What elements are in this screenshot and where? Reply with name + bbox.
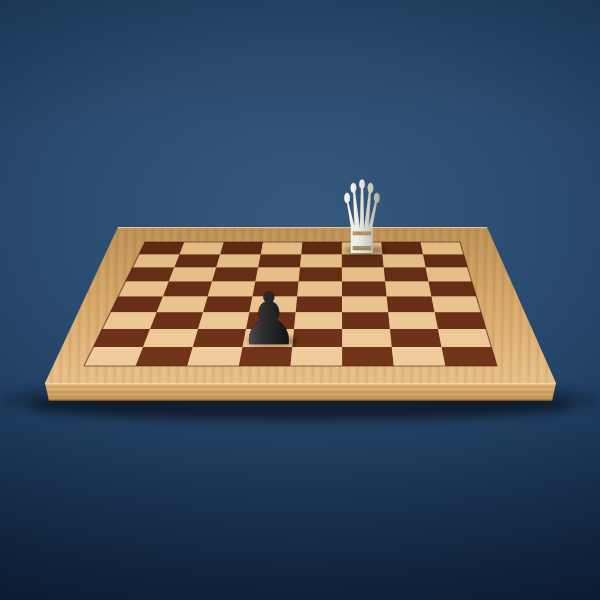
square-a6[interactable]: [126, 268, 175, 282]
square-b1[interactable]: [136, 347, 193, 366]
square-e4[interactable]: [296, 297, 342, 313]
square-b3[interactable]: [150, 312, 203, 329]
square-h8[interactable]: [421, 242, 464, 254]
square-a3[interactable]: [102, 312, 157, 329]
square-f4[interactable]: [342, 297, 388, 313]
square-g2[interactable]: [390, 329, 442, 347]
square-h1[interactable]: [442, 347, 497, 366]
square-e3[interactable]: [294, 312, 342, 329]
square-g7[interactable]: [383, 254, 426, 267]
square-h5[interactable]: [429, 282, 477, 297]
square-h6[interactable]: [426, 268, 472, 282]
square-h2[interactable]: [438, 329, 491, 347]
square-e7[interactable]: [300, 254, 342, 267]
chessboard-3d: ♛♟: [0, 0, 600, 600]
square-f2[interactable]: [342, 329, 392, 347]
square-b2[interactable]: [143, 329, 198, 347]
square-a5[interactable]: [118, 282, 169, 297]
square-g6[interactable]: [384, 268, 429, 282]
square-d8[interactable]: [261, 242, 303, 254]
square-e2[interactable]: [292, 329, 342, 347]
square-b7[interactable]: [174, 254, 220, 267]
square-g8[interactable]: [381, 242, 423, 254]
square-g1[interactable]: [392, 347, 446, 366]
square-e6[interactable]: [299, 268, 342, 282]
square-a2[interactable]: [93, 329, 150, 347]
piece-black-pawn[interactable]: ♟: [239, 277, 298, 360]
square-d7[interactable]: [258, 254, 301, 267]
square-b8[interactable]: [180, 242, 224, 254]
square-e5[interactable]: [297, 282, 342, 297]
square-b6[interactable]: [169, 268, 216, 282]
square-h3[interactable]: [435, 312, 486, 329]
square-c1[interactable]: [187, 347, 242, 366]
square-c2[interactable]: [193, 329, 246, 347]
board-front-face-grain: [45, 383, 556, 401]
square-g3[interactable]: [388, 312, 438, 329]
square-f1[interactable]: [342, 347, 394, 366]
square-b4[interactable]: [157, 297, 208, 313]
square-c7[interactable]: [216, 254, 261, 267]
square-e8[interactable]: [301, 242, 342, 254]
piece-white-queen[interactable]: ♛: [338, 160, 385, 277]
square-b5[interactable]: [163, 282, 212, 297]
square-a7[interactable]: [132, 254, 179, 267]
square-f3[interactable]: [342, 312, 390, 329]
scene: ♛♟: [0, 0, 600, 600]
square-a4[interactable]: [110, 297, 163, 313]
square-a8[interactable]: [139, 242, 185, 254]
square-h7[interactable]: [423, 254, 468, 267]
square-h4[interactable]: [432, 297, 482, 313]
square-g4[interactable]: [387, 297, 435, 313]
square-g5[interactable]: [385, 282, 431, 297]
square-c8[interactable]: [220, 242, 263, 254]
square-f5[interactable]: [342, 282, 387, 297]
square-a1[interactable]: [84, 347, 143, 366]
